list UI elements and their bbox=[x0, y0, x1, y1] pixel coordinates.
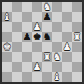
piece-white-pawn-g4: ♟ bbox=[63, 42, 72, 52]
piece-white-king-a4: ♚ bbox=[3, 42, 12, 52]
board-grid: ♞♝♟♟♟♚♞♜♚♟♜♞♟♝ bbox=[2, 2, 82, 82]
square-h1[interactable] bbox=[72, 72, 82, 82]
square-f3[interactable]: ♞ bbox=[52, 52, 62, 62]
square-b5[interactable] bbox=[12, 32, 22, 42]
square-g6[interactable] bbox=[62, 22, 72, 32]
square-c3[interactable] bbox=[22, 52, 32, 62]
piece-black-pawn-c5: ♟ bbox=[23, 32, 32, 42]
square-g7[interactable] bbox=[62, 12, 72, 22]
piece-black-king-d5: ♚ bbox=[33, 32, 42, 42]
square-b1[interactable] bbox=[12, 72, 22, 82]
square-c4[interactable] bbox=[22, 42, 32, 52]
square-d7[interactable] bbox=[32, 12, 42, 22]
square-d3[interactable] bbox=[32, 52, 42, 62]
square-d8[interactable] bbox=[32, 2, 42, 12]
square-h6[interactable] bbox=[72, 22, 82, 32]
square-a7[interactable]: ♝ bbox=[2, 12, 12, 22]
square-a8[interactable] bbox=[2, 2, 12, 12]
piece-white-bishop-f1: ♝ bbox=[53, 72, 62, 82]
square-f7[interactable] bbox=[52, 12, 62, 22]
piece-black-knight-e5: ♞ bbox=[43, 32, 52, 42]
piece-white-pawn-d6: ♟ bbox=[33, 22, 42, 32]
square-f6[interactable] bbox=[52, 22, 62, 32]
square-b2[interactable] bbox=[12, 62, 22, 72]
square-g5[interactable] bbox=[62, 32, 72, 42]
square-e1[interactable] bbox=[42, 72, 52, 82]
square-c8[interactable] bbox=[22, 2, 32, 12]
piece-white-bishop-a7: ♝ bbox=[3, 12, 12, 22]
square-d2[interactable]: ♟ bbox=[32, 62, 42, 72]
square-a5[interactable] bbox=[2, 32, 12, 42]
piece-white-rook-h5: ♜ bbox=[73, 32, 82, 42]
square-d1[interactable] bbox=[32, 72, 42, 82]
square-a2[interactable] bbox=[2, 62, 12, 72]
square-e5[interactable]: ♞ bbox=[42, 32, 52, 42]
square-c5[interactable]: ♟ bbox=[22, 32, 32, 42]
square-h8[interactable] bbox=[72, 2, 82, 12]
square-h4[interactable] bbox=[72, 42, 82, 52]
square-e3[interactable]: ♜ bbox=[42, 52, 52, 62]
square-h7[interactable] bbox=[72, 12, 82, 22]
square-d6[interactable]: ♟ bbox=[32, 22, 42, 32]
square-e8[interactable]: ♞ bbox=[42, 2, 52, 12]
square-a3[interactable] bbox=[2, 52, 12, 62]
square-b4[interactable] bbox=[12, 42, 22, 52]
square-f1[interactable]: ♝ bbox=[52, 72, 62, 82]
square-a4[interactable]: ♚ bbox=[2, 42, 12, 52]
square-e2[interactable] bbox=[42, 62, 52, 72]
square-a1[interactable] bbox=[2, 72, 12, 82]
square-h2[interactable] bbox=[72, 62, 82, 72]
square-e7[interactable]: ♟ bbox=[42, 12, 52, 22]
square-d4[interactable] bbox=[32, 42, 42, 52]
square-b3[interactable] bbox=[12, 52, 22, 62]
square-f8[interactable] bbox=[52, 2, 62, 12]
piece-white-knight-e8: ♞ bbox=[43, 2, 52, 12]
square-e4[interactable] bbox=[42, 42, 52, 52]
square-d5[interactable]: ♚ bbox=[32, 32, 42, 42]
square-g4[interactable]: ♟ bbox=[62, 42, 72, 52]
square-b8[interactable] bbox=[12, 2, 22, 12]
square-g2[interactable] bbox=[62, 62, 72, 72]
square-c2[interactable] bbox=[22, 62, 32, 72]
square-g1[interactable] bbox=[62, 72, 72, 82]
square-h3[interactable] bbox=[72, 52, 82, 62]
square-h5[interactable]: ♜ bbox=[72, 32, 82, 42]
square-f2[interactable] bbox=[52, 62, 62, 72]
piece-white-rook-e3: ♜ bbox=[43, 52, 52, 62]
square-a6[interactable] bbox=[2, 22, 12, 32]
square-c1[interactable] bbox=[22, 72, 32, 82]
square-f4[interactable] bbox=[52, 42, 62, 52]
square-g3[interactable] bbox=[62, 52, 72, 62]
square-f5[interactable] bbox=[52, 32, 62, 42]
square-c7[interactable] bbox=[22, 12, 32, 22]
piece-black-pawn-e7: ♟ bbox=[43, 12, 52, 22]
square-b6[interactable] bbox=[12, 22, 22, 32]
chess-board: ♞♝♟♟♟♚♞♜♚♟♜♞♟♝ bbox=[0, 0, 84, 84]
square-e6[interactable] bbox=[42, 22, 52, 32]
square-b7[interactable] bbox=[12, 12, 22, 22]
piece-white-pawn-d2: ♟ bbox=[33, 62, 42, 72]
square-g8[interactable] bbox=[62, 2, 72, 12]
piece-white-knight-f3: ♞ bbox=[53, 52, 62, 62]
square-c6[interactable] bbox=[22, 22, 32, 32]
